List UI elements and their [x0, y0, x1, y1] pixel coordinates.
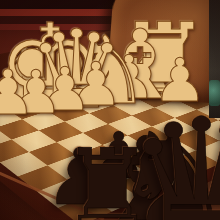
- black-queen: ♛: [125, 96, 220, 220]
- pieces-layer: ♟♜♝♟♟♞♞♚♛♟♟♟♟♟♟♝♜♞♛: [0, 0, 220, 220]
- chess-photo-scene: ♟♜♝♟♟♞♞♚♛♟♟♟♟♟♟♝♜♞♛: [0, 0, 220, 220]
- white-pawn: ♟: [0, 62, 36, 124]
